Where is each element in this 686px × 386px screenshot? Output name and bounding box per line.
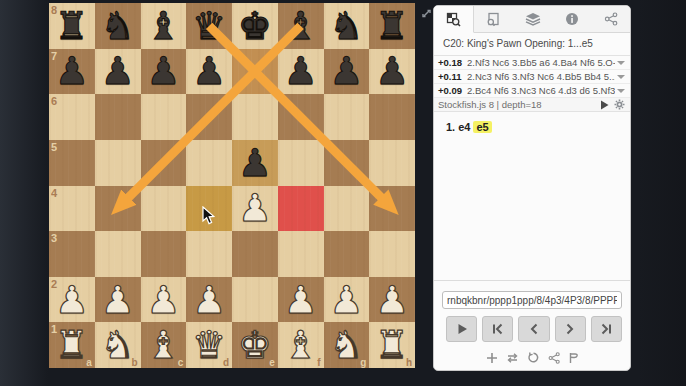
piece-black-pawn[interactable]: ♟ xyxy=(141,49,187,95)
move-white-e4[interactable]: e4 xyxy=(458,121,470,133)
board-square-a6[interactable]: 6 xyxy=(49,94,95,140)
board-square-d3[interactable] xyxy=(186,231,232,277)
engine-eval: +0.18 xyxy=(434,57,464,68)
piece-white-rook[interactable]: ♜ xyxy=(49,322,95,368)
board-square-a5[interactable]: 5 xyxy=(49,140,95,186)
board-square-h4[interactable] xyxy=(369,186,415,232)
piece-black-rook[interactable]: ♜ xyxy=(369,3,415,49)
add-icon[interactable] xyxy=(486,352,498,364)
board-square-g8[interactable]: ♞ xyxy=(324,3,370,49)
piece-white-pawn[interactable]: ♟ xyxy=(186,277,232,323)
engine-eval: +0.11 xyxy=(434,71,464,82)
piece-black-knight[interactable]: ♞ xyxy=(324,3,370,49)
piece-black-pawn[interactable]: ♟ xyxy=(95,49,141,95)
board-square-a2[interactable]: 2♟ xyxy=(49,277,95,323)
board-square-d4[interactable] xyxy=(186,186,232,232)
piece-white-pawn[interactable]: ♟ xyxy=(278,277,324,323)
engine-moves: 2.Bc4 Nf6 3.Nc3 Nc6 4.d3 d6 5.Nf3... xyxy=(464,85,615,96)
board-editor-search-icon xyxy=(486,12,501,27)
board-square-f7[interactable]: ♟ xyxy=(278,49,324,95)
piece-white-bishop[interactable]: ♝ xyxy=(141,322,187,368)
board-square-a8[interactable]: 8♜ xyxy=(49,3,95,49)
board-square-g7[interactable]: ♟ xyxy=(324,49,370,95)
caret-down-icon[interactable] xyxy=(617,89,625,93)
piece-white-pawn[interactable]: ♟ xyxy=(49,277,95,323)
analysis-board-search-icon xyxy=(446,12,461,27)
piece-black-queen[interactable]: ♛ xyxy=(186,3,232,49)
board-square-h2[interactable]: ♟ xyxy=(369,277,415,323)
piece-white-pawn[interactable]: ♟ xyxy=(232,186,278,232)
tab-bar xyxy=(434,6,630,33)
piece-white-pawn[interactable]: ♟ xyxy=(369,277,415,323)
board-square-e6[interactable] xyxy=(232,94,278,140)
board-square-b2[interactable]: ♟ xyxy=(95,277,141,323)
rank-label-3: 3 xyxy=(51,232,57,244)
expand-diagonal-icon[interactable] xyxy=(420,6,433,19)
board-square-b4[interactable] xyxy=(95,186,141,232)
board-square-g2[interactable]: ♟ xyxy=(324,277,370,323)
board-square-b7[interactable]: ♟ xyxy=(95,49,141,95)
board-square-d6[interactable] xyxy=(186,94,232,140)
rank-label-5: 5 xyxy=(51,141,57,153)
piece-black-rook[interactable]: ♜ xyxy=(49,3,95,49)
engine-moves: 2.Nf3 Nc6 3.Bb5 a6 4.Ba4 Nf6 5.O-... xyxy=(464,57,615,68)
flag-icon[interactable] xyxy=(568,352,579,364)
piece-white-knight[interactable]: ♞ xyxy=(324,322,370,368)
engine-status-bar: Stockfish.js 8 | depth=18 xyxy=(434,98,630,112)
board-square-e4[interactable]: ♟ xyxy=(232,186,278,232)
piece-black-pawn[interactable]: ♟ xyxy=(278,49,324,95)
piece-black-pawn[interactable]: ♟ xyxy=(49,49,95,95)
flip-board-icon[interactable] xyxy=(506,352,519,364)
chevron-right-icon xyxy=(564,323,576,335)
move-black-e5-selected[interactable]: e5 xyxy=(473,121,491,133)
piece-black-pawn[interactable]: ♟ xyxy=(232,140,278,186)
board-square-a3[interactable]: 3 xyxy=(49,231,95,277)
info-icon xyxy=(565,12,579,26)
piece-white-king[interactable]: ♚ xyxy=(232,322,278,368)
board-square-h5[interactable] xyxy=(369,140,415,186)
board-square-f5[interactable] xyxy=(278,140,324,186)
board-square-h3[interactable] xyxy=(369,231,415,277)
next-move-button[interactable] xyxy=(555,316,586,342)
piece-black-knight[interactable]: ♞ xyxy=(95,3,141,49)
tab-openings[interactable] xyxy=(513,6,552,32)
caret-down-icon[interactable] xyxy=(617,61,625,65)
skip-to-start-icon xyxy=(491,323,504,335)
caret-down-icon[interactable] xyxy=(617,75,625,79)
engine-moves: 2.Nc3 Nf6 3.Nf3 Nc6 4.Bb5 Bb4 5.... xyxy=(464,71,615,82)
board-square-g6[interactable] xyxy=(324,94,370,140)
reset-rotate-icon[interactable] xyxy=(527,352,540,364)
board-square-f8[interactable]: ♝ xyxy=(278,3,324,49)
tab-share[interactable] xyxy=(591,6,630,32)
share-icon xyxy=(604,12,618,26)
board-square-c7[interactable]: ♟ xyxy=(141,49,187,95)
action-icons xyxy=(442,352,622,364)
piece-white-queen[interactable]: ♛ xyxy=(186,322,232,368)
board-square-b6[interactable] xyxy=(95,94,141,140)
piece-black-pawn[interactable]: ♟ xyxy=(186,49,232,95)
board-square-f4[interactable] xyxy=(278,186,324,232)
share-nodes-icon[interactable] xyxy=(548,352,560,364)
tab-board-editor[interactable] xyxy=(474,6,513,32)
board-square-h6[interactable] xyxy=(369,94,415,140)
navigation-buttons xyxy=(442,316,622,342)
board-square-a4[interactable]: 4 xyxy=(49,186,95,232)
board-square-f3[interactable] xyxy=(278,231,324,277)
engine-eval: +0.09 xyxy=(434,85,464,96)
piece-black-bishop[interactable]: ♝ xyxy=(278,3,324,49)
piece-white-pawn[interactable]: ♟ xyxy=(324,277,370,323)
piece-black-bishop[interactable]: ♝ xyxy=(141,3,187,49)
board-square-e5[interactable]: ♟ xyxy=(232,140,278,186)
app-window: 8♜♞♝♛♚♝♞♜7♟♟♟♟♟♟♟65♟4♟32♟♟♟♟♟♟♟1a♜b♞c♝d♛… xyxy=(0,0,686,386)
skip-to-end-icon xyxy=(600,323,613,335)
board-square-b1[interactable]: b♞ xyxy=(95,322,141,368)
board-square-a7[interactable]: 7♟ xyxy=(49,49,95,95)
board-square-c5[interactable] xyxy=(141,140,187,186)
engine-status-text: Stockfish.js 8 | depth=18 xyxy=(438,99,600,110)
rank-label-4: 4 xyxy=(51,187,57,199)
board-square-h8[interactable]: ♜ xyxy=(369,3,415,49)
board-square-a1[interactable]: 1a♜ xyxy=(49,322,95,368)
piece-white-pawn[interactable]: ♟ xyxy=(95,277,141,323)
piece-black-pawn[interactable]: ♟ xyxy=(369,49,415,95)
board-square-d1[interactable]: d♛ xyxy=(186,322,232,368)
engine-line-1[interactable]: +0.18 2.Nf3 Nc6 3.Bb5 a6 4.Ba4 Nf6 5.O-.… xyxy=(434,56,630,70)
board-square-f1[interactable]: f♝ xyxy=(278,322,324,368)
previous-move-button[interactable] xyxy=(518,316,549,342)
board-square-g3[interactable] xyxy=(324,231,370,277)
tab-info[interactable] xyxy=(552,6,591,32)
board-square-h1[interactable]: h♜ xyxy=(369,322,415,368)
move-list: 1.e4e5 xyxy=(434,112,630,280)
board-square-f2[interactable]: ♟ xyxy=(278,277,324,323)
board-square-b3[interactable] xyxy=(95,231,141,277)
board-square-h7[interactable]: ♟ xyxy=(369,49,415,95)
board-square-b5[interactable] xyxy=(95,140,141,186)
play-button[interactable] xyxy=(446,316,477,342)
board-square-e3[interactable] xyxy=(232,231,278,277)
engine-settings-gear-icon[interactable] xyxy=(614,99,625,110)
board-square-c2[interactable]: ♟ xyxy=(141,277,187,323)
board-square-g4[interactable] xyxy=(324,186,370,232)
board-square-b8[interactable]: ♞ xyxy=(95,3,141,49)
board-square-g1[interactable]: g♞ xyxy=(324,322,370,368)
piece-white-bishop[interactable]: ♝ xyxy=(278,322,324,368)
first-move-button[interactable] xyxy=(482,316,513,342)
piece-black-king[interactable]: ♚ xyxy=(232,3,278,49)
fen-input[interactable] xyxy=(442,291,622,309)
layers-icon xyxy=(525,12,541,26)
board-square-e7[interactable] xyxy=(232,49,278,95)
board-square-c1[interactable]: c♝ xyxy=(141,322,187,368)
tab-analysis-board[interactable] xyxy=(434,6,474,33)
play-icon xyxy=(456,323,468,335)
board-square-c4[interactable] xyxy=(141,186,187,232)
analysis-panel: C20: King's Pawn Opening: 1...e5 +0.18 2… xyxy=(433,5,631,371)
chess-board[interactable]: 8♜♞♝♛♚♝♞♜7♟♟♟♟♟♟♟65♟4♟32♟♟♟♟♟♟♟1a♜b♞c♝d♛… xyxy=(49,3,415,368)
board-square-d7[interactable]: ♟ xyxy=(186,49,232,95)
board-square-c8[interactable]: ♝ xyxy=(141,3,187,49)
board-square-e1[interactable]: e♚ xyxy=(232,322,278,368)
board-square-e8[interactable]: ♚ xyxy=(232,3,278,49)
move-number: 1. xyxy=(446,121,455,133)
board-square-e2[interactable] xyxy=(232,277,278,323)
last-move-button[interactable] xyxy=(591,316,622,342)
rank-label-6: 6 xyxy=(51,95,57,107)
chevron-left-icon xyxy=(528,323,540,335)
board-square-d8[interactable]: ♛ xyxy=(186,3,232,49)
board-square-c3[interactable] xyxy=(141,231,187,277)
board-square-d5[interactable] xyxy=(186,140,232,186)
board-square-c6[interactable] xyxy=(141,94,187,140)
piece-black-pawn[interactable]: ♟ xyxy=(324,49,370,95)
piece-white-pawn[interactable]: ♟ xyxy=(141,277,187,323)
piece-white-rook[interactable]: ♜ xyxy=(369,322,415,368)
board-square-f6[interactable] xyxy=(278,94,324,140)
engine-line-2[interactable]: +0.11 2.Nc3 Nf6 3.Nf3 Nc6 4.Bb5 Bb4 5...… xyxy=(434,70,630,84)
bottom-controls xyxy=(434,280,630,371)
engine-play-icon[interactable] xyxy=(600,100,609,110)
board-square-g5[interactable] xyxy=(324,140,370,186)
engine-line-3[interactable]: +0.09 2.Bc4 Nf6 3.Nc3 Nc6 4.d3 d6 5.Nf3.… xyxy=(434,84,630,98)
board-square-d2[interactable]: ♟ xyxy=(186,277,232,323)
piece-white-knight[interactable]: ♞ xyxy=(95,322,141,368)
opening-name: C20: King's Pawn Opening: 1...e5 xyxy=(434,33,630,56)
